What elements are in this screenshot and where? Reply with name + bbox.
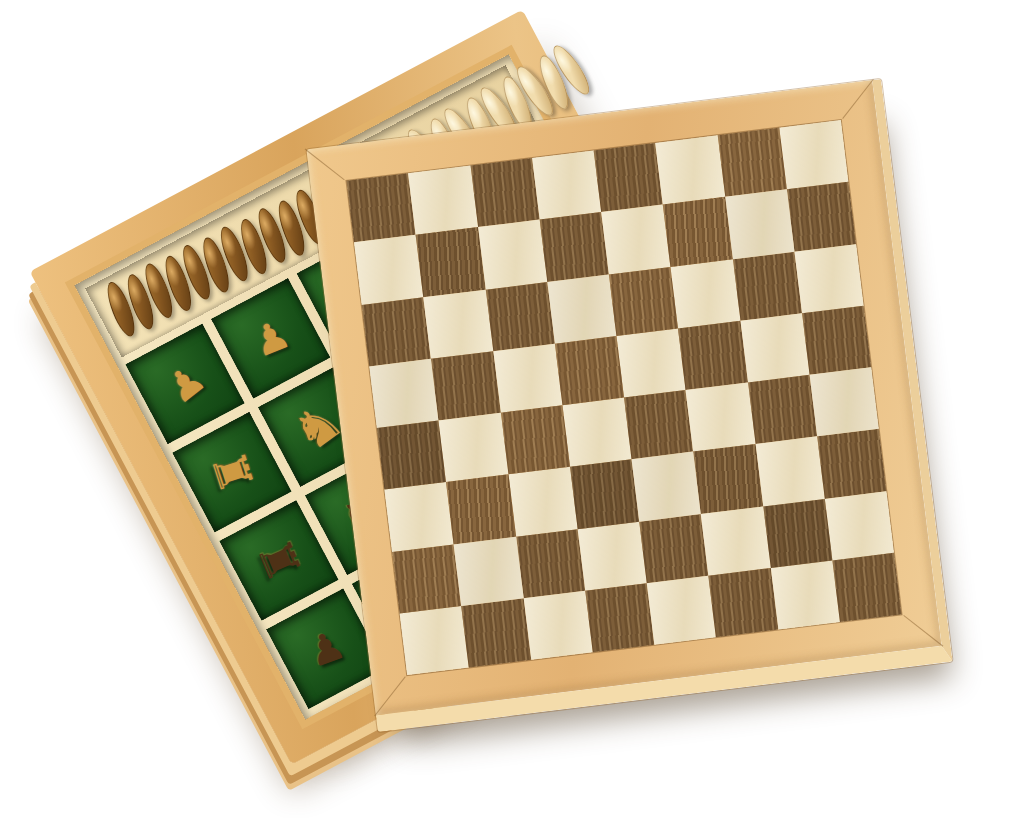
board-square: [478, 220, 547, 289]
board-square: [493, 343, 562, 412]
board-square: [748, 375, 817, 444]
board-square: [485, 282, 554, 351]
frame-mitre-joint: [374, 676, 406, 716]
board-square: [362, 297, 431, 366]
board-square: [423, 289, 492, 358]
tray-piece-light-rook: ♜: [204, 445, 260, 498]
board-square: [671, 259, 740, 328]
board-playing-field: [347, 120, 902, 675]
chessboard-lid: [306, 79, 952, 732]
board-square: [655, 135, 724, 204]
board-square: [577, 521, 646, 590]
board-square: [431, 351, 500, 420]
board-square: [787, 182, 856, 251]
board-square: [532, 150, 601, 219]
board-square: [446, 475, 515, 544]
board-square: [601, 205, 670, 274]
tray-piece-dark-rook: ♜: [250, 532, 308, 588]
board-square: [384, 482, 453, 551]
board-square: [547, 274, 616, 343]
board-square: [717, 128, 786, 197]
product-photo-scene: ♟♟♛♜♞♝♜♞♟♝: [0, 0, 1024, 818]
board-square: [825, 491, 894, 560]
board-square: [516, 529, 585, 598]
board-square: [570, 459, 639, 528]
tray-piece-light-pawn: ♟: [159, 357, 212, 411]
tray-piece-dark-pawn: ♟: [302, 624, 349, 674]
frame-mitre-joint: [305, 149, 345, 181]
board-square: [500, 405, 569, 474]
board-square: [562, 398, 631, 467]
board-square: [779, 120, 848, 189]
board-square: [377, 420, 446, 489]
board-square: [802, 305, 871, 374]
board-square: [354, 235, 423, 304]
board-square: [740, 313, 809, 382]
board-square: [624, 390, 693, 459]
board-square: [770, 560, 839, 629]
board-square: [647, 575, 716, 644]
board-square: [523, 591, 592, 660]
board-square: [709, 568, 778, 637]
tray-piece-light-pawn: ♟: [247, 313, 295, 364]
board-square: [809, 367, 878, 436]
board-square: [347, 173, 416, 242]
board-square: [732, 251, 801, 320]
board-square: [755, 437, 824, 506]
board-square: [832, 553, 901, 622]
board-square: [369, 359, 438, 428]
board-square: [639, 514, 708, 583]
board-square: [416, 227, 485, 296]
board-square: [555, 336, 624, 405]
board-square: [594, 143, 663, 212]
board-square: [725, 189, 794, 258]
board-square: [678, 321, 747, 390]
board-square: [461, 598, 530, 667]
board-square: [763, 498, 832, 567]
board-square: [632, 452, 701, 521]
board-square: [616, 328, 685, 397]
board-square: [539, 212, 608, 281]
board-square: [585, 583, 654, 652]
board-square: [470, 158, 539, 227]
board-square: [400, 606, 469, 675]
board-square: [693, 444, 762, 513]
board-square: [454, 536, 523, 605]
board-square: [609, 266, 678, 335]
board-square: [663, 197, 732, 266]
board-square: [508, 467, 577, 536]
board-square: [701, 506, 770, 575]
board-square: [408, 166, 477, 235]
board-square: [794, 244, 863, 313]
board-square: [686, 382, 755, 451]
board-square: [439, 413, 508, 482]
frame-mitre-joint: [842, 79, 874, 119]
board-square: [392, 544, 461, 613]
board-square: [817, 429, 886, 498]
frame-mitre-joint: [903, 615, 943, 647]
